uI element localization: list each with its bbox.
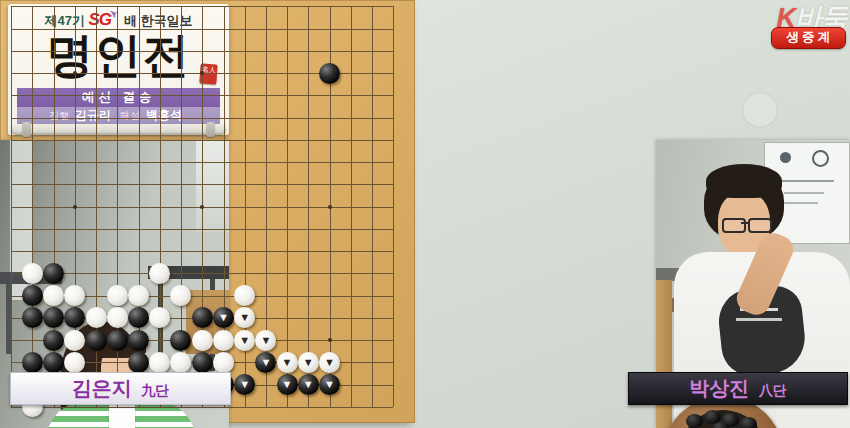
black-stone-marked: ▼ [213, 307, 234, 328]
left-player-name: 김은지 [72, 377, 132, 399]
whiteboard-line [784, 202, 818, 204]
glasses-bridge [741, 222, 749, 224]
white-stone [149, 307, 170, 328]
white-stone-marked: ▼ [255, 330, 276, 351]
right-player-nameplate: 박상진 八단 [628, 372, 848, 405]
white-stone [22, 263, 43, 284]
white-stone-marked: ▼ [234, 330, 255, 351]
broadcast-frame: 제47기 SG✈ 배 한국일보 명인전 名人 예선 결승 진행 김규리 해설 백… [0, 0, 850, 428]
white-stone [234, 285, 255, 306]
white-stone [128, 285, 149, 306]
go-board: ▼▼▼▼▼▼▼▼▼▼▼▼▼ [0, 0, 415, 423]
shirt-graphic-text [736, 318, 782, 321]
white-stone [170, 285, 191, 306]
black-stone-in-bowl [740, 417, 757, 428]
white-stone [213, 352, 234, 373]
white-stone-marked: ▼ [319, 352, 340, 373]
black-stone [22, 352, 43, 373]
white-stone-marked: ▼ [277, 352, 298, 373]
white-stone [43, 285, 64, 306]
black-stone [86, 330, 107, 351]
black-stone [192, 307, 213, 328]
black-stone-marked: ▼ [298, 374, 319, 395]
right-player-rank: 八단 [759, 382, 787, 398]
wood-cabinet [656, 280, 672, 428]
black-stone [128, 330, 149, 351]
board-stone-grid: ▼▼▼▼▼▼▼▼▼▼▼▼▼ [1, 0, 404, 418]
black-stone [43, 263, 64, 284]
white-stone [86, 307, 107, 328]
black-stone-marked: ▼ [255, 352, 276, 373]
whiteboard-circle [780, 152, 791, 163]
black-stone [43, 330, 64, 351]
black-stone [22, 307, 43, 328]
white-stone [213, 330, 234, 351]
black-stone [107, 330, 128, 351]
black-stone [43, 307, 64, 328]
black-stone [128, 307, 149, 328]
glasses-right-lens [748, 218, 772, 233]
black-stone [192, 352, 213, 373]
whiteboard-line [784, 192, 824, 194]
white-stone-marked: ▼ [298, 352, 319, 373]
right-player-name: 박상진 [689, 377, 749, 399]
white-stone [107, 307, 128, 328]
black-stone-marked: ▼ [319, 374, 340, 395]
black-stone [170, 330, 191, 351]
player-fringe [706, 164, 782, 198]
white-stone [149, 263, 170, 284]
whiteboard-line [776, 180, 834, 182]
front-white-table [776, 406, 850, 428]
white-stone [170, 352, 191, 373]
white-stone [64, 352, 85, 373]
black-stone-marked: ▼ [234, 374, 255, 395]
black-stone [128, 352, 149, 373]
live-badge: 생중계 [771, 27, 847, 49]
glasses-left-lens [722, 218, 746, 233]
black-stone [319, 63, 340, 84]
left-player-rank: 九단 [141, 382, 169, 398]
white-stone-marked: ▼ [234, 307, 255, 328]
white-stone [149, 352, 170, 373]
white-stone [107, 285, 128, 306]
left-player-nameplate: 김은지 九단 [10, 372, 231, 405]
white-stone [64, 285, 85, 306]
white-stone [192, 330, 213, 351]
whiteboard-circle [812, 150, 829, 167]
black-stone-in-bowl [686, 414, 703, 428]
white-stone [64, 330, 85, 351]
black-stone [43, 352, 64, 373]
black-stone-marked: ▼ [277, 374, 298, 395]
black-stone [64, 307, 85, 328]
black-stone [22, 285, 43, 306]
